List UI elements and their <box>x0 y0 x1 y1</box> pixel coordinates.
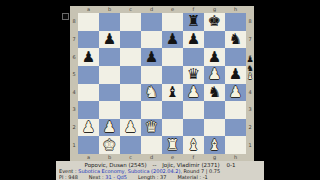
file-label-h: h <box>225 154 246 161</box>
info-panel: Popovic, Dusan (2545) -- Jojic, Vladimir… <box>56 161 264 180</box>
square-e4[interactable]: ♝ <box>162 84 183 102</box>
square-g2[interactable] <box>204 119 225 137</box>
players-separator: -- <box>152 162 156 168</box>
white-rook: ♜ <box>166 138 179 153</box>
square-f2[interactable] <box>183 119 204 137</box>
white-player-rating: (2545) <box>128 162 146 168</box>
square-c5[interactable] <box>120 66 141 84</box>
black-knight: ♞ <box>208 85 221 100</box>
black-pawn: ♟ <box>82 50 95 65</box>
video-frame: abcdefgh 87654321 ♜♚♟♟♟♞♟♟♟♛♟♟♞♝♟♞♟♟♟♟♛♚… <box>0 0 320 180</box>
stats-line: Pl : 948 Next : 31 - Qd5 Length : 37 Mat… <box>56 174 264 180</box>
rank-label-3: 3 <box>246 101 254 119</box>
rank-label-3: 3 <box>70 101 78 119</box>
square-f3[interactable] <box>183 101 204 119</box>
material-balance: Material : -1 <box>177 174 207 180</box>
rank-label-7: 7 <box>70 31 78 49</box>
square-a3[interactable] <box>78 101 99 119</box>
game-header: Popovic, Dusan (2545) -- Jojic, Vladimir… <box>56 161 264 168</box>
square-a1[interactable] <box>78 136 99 154</box>
square-g5[interactable]: ♟ <box>204 66 225 84</box>
square-e3[interactable] <box>162 101 183 119</box>
white-pawn: ♟ <box>208 67 221 82</box>
square-h1[interactable] <box>225 136 246 154</box>
square-a7[interactable] <box>78 31 99 49</box>
rank-label-8: 8 <box>246 13 254 31</box>
square-h6[interactable] <box>225 48 246 66</box>
square-h7[interactable]: ♞ <box>225 31 246 49</box>
white-bishop-tray-icon: ♝ <box>246 73 253 82</box>
event-round: Round 7 | 0.75 <box>184 168 221 174</box>
square-e6[interactable] <box>162 48 183 66</box>
black-pawn: ♟ <box>145 50 158 65</box>
square-g7[interactable] <box>204 31 225 49</box>
file-label-g: g <box>204 154 225 161</box>
file-label-f: f <box>183 6 204 13</box>
square-e1[interactable]: ♜ <box>162 136 183 154</box>
square-e7[interactable]: ♟ <box>162 31 183 49</box>
square-h2[interactable] <box>225 119 246 137</box>
square-b4[interactable] <box>99 84 120 102</box>
black-pawn: ♟ <box>208 50 221 65</box>
rank-label-7: 7 <box>246 31 254 49</box>
square-d1[interactable] <box>141 136 162 154</box>
rank-label-2: 2 <box>70 119 78 137</box>
game-result: 0-1 <box>226 162 235 168</box>
file-label-b: b <box>99 154 120 161</box>
square-b3[interactable] <box>99 101 120 119</box>
black-bishop: ♝ <box>166 85 179 100</box>
square-c1[interactable] <box>120 136 141 154</box>
square-f1[interactable]: ♝ <box>183 136 204 154</box>
file-label-g: g <box>204 6 225 13</box>
square-b7[interactable]: ♟ <box>99 31 120 49</box>
square-h3[interactable] <box>225 101 246 119</box>
file-label-e: e <box>162 6 183 13</box>
square-b6[interactable] <box>99 48 120 66</box>
event-label: Event : <box>59 168 77 174</box>
black-pawn: ♟ <box>187 32 200 47</box>
square-g8[interactable]: ♚ <box>204 13 225 31</box>
white-knight: ♞ <box>145 85 158 100</box>
square-h8[interactable] <box>225 13 246 31</box>
square-h5[interactable]: ♟ <box>225 66 246 84</box>
square-h4[interactable]: ♟ <box>225 84 246 102</box>
square-g3[interactable] <box>204 101 225 119</box>
rank-labels-right: 87654321 <box>246 13 254 154</box>
square-c3[interactable] <box>120 101 141 119</box>
square-c2[interactable]: ♟ <box>120 119 141 137</box>
rank-label-8: 8 <box>70 13 78 31</box>
content-area: abcdefgh 87654321 ♜♚♟♟♟♞♟♟♟♛♟♟♞♝♟♞♟♟♟♟♛♚… <box>56 0 264 180</box>
black-king: ♚ <box>208 14 221 29</box>
square-e2[interactable] <box>162 119 183 137</box>
file-label-d: d <box>141 6 162 13</box>
material-tray: ♟♞♝ <box>246 56 254 82</box>
file-label-c: c <box>120 154 141 161</box>
file-label-h: h <box>225 6 246 13</box>
file-labels-bottom: abcdefgh <box>78 154 246 161</box>
game-id: Pl : 948 <box>59 174 78 180</box>
square-b8[interactable] <box>99 13 120 31</box>
file-label-c: c <box>120 6 141 13</box>
file-label-b: b <box>99 6 120 13</box>
square-a2[interactable]: ♟ <box>78 119 99 137</box>
board-frame: abcdefgh 87654321 ♜♚♟♟♟♞♟♟♟♛♟♟♞♝♟♞♟♟♟♟♛♚… <box>70 6 254 161</box>
square-f7[interactable]: ♟ <box>183 31 204 49</box>
white-pawn: ♟ <box>124 120 137 135</box>
square-b5[interactable] <box>99 66 120 84</box>
square-d8[interactable] <box>141 13 162 31</box>
square-a4[interactable] <box>78 84 99 102</box>
square-d2[interactable]: ♛ <box>141 119 162 137</box>
square-c6[interactable] <box>120 48 141 66</box>
square-b2[interactable]: ♟ <box>99 119 120 137</box>
file-label-d: d <box>141 154 162 161</box>
black-pawn: ♟ <box>229 67 242 82</box>
black-to-move-indicator <box>62 13 69 20</box>
square-f6[interactable] <box>183 48 204 66</box>
file-label-f: f <box>183 154 204 161</box>
white-pawn: ♟ <box>82 120 95 135</box>
rank-labels-left: 87654321 <box>70 13 78 154</box>
square-a5[interactable] <box>78 66 99 84</box>
square-f5[interactable]: ♛ <box>183 66 204 84</box>
black-knight: ♞ <box>229 32 242 47</box>
black-player-name: Jojic, Vladimir <box>162 162 199 168</box>
square-b1[interactable]: ♚ <box>99 136 120 154</box>
file-labels-top: abcdefgh <box>78 6 246 13</box>
square-f8[interactable]: ♜ <box>183 13 204 31</box>
rank-label-4: 4 <box>70 84 78 102</box>
corner <box>70 154 78 161</box>
square-d7[interactable] <box>141 31 162 49</box>
corner <box>246 154 254 161</box>
rank-label-1: 1 <box>246 136 254 154</box>
white-bishop: ♝ <box>208 138 221 153</box>
file-label-a: a <box>78 154 99 161</box>
next-move: Next : 31 - Qd5 <box>89 174 127 180</box>
rank-label-2: 2 <box>246 119 254 137</box>
rank-label-4: 4 <box>246 84 254 102</box>
square-e5[interactable] <box>162 66 183 84</box>
chess-board: ♜♚♟♟♟♞♟♟♟♛♟♟♞♝♟♞♟♟♟♟♛♚♜♝♝ <box>78 13 246 154</box>
square-a6[interactable]: ♟ <box>78 48 99 66</box>
corner <box>246 6 254 13</box>
white-queen: ♛ <box>145 120 158 135</box>
event-name: Subotica Economy, Subotica (2002.04.2), <box>78 168 182 174</box>
square-d6[interactable]: ♟ <box>141 48 162 66</box>
rank-label-6: 6 <box>70 48 78 66</box>
black-pawn: ♟ <box>103 32 116 47</box>
black-queen: ♛ <box>187 67 200 82</box>
game-length: Length : 37 <box>138 174 167 180</box>
file-label-e: e <box>162 154 183 161</box>
square-c8[interactable] <box>120 13 141 31</box>
square-d3[interactable] <box>141 101 162 119</box>
square-f4[interactable]: ♟ <box>183 84 204 102</box>
white-king: ♚ <box>103 138 116 153</box>
black-player-rating: (2371) <box>201 162 219 168</box>
black-pawn: ♟ <box>166 32 179 47</box>
white-pawn: ♟ <box>187 85 200 100</box>
corner <box>70 6 78 13</box>
rank-label-5: 5 <box>70 66 78 84</box>
square-d4[interactable]: ♞ <box>141 84 162 102</box>
white-player-name: Popovic, Dusan <box>85 162 127 168</box>
square-g4[interactable]: ♞ <box>204 84 225 102</box>
white-pawn: ♟ <box>229 85 242 100</box>
rank-label-1: 1 <box>70 136 78 154</box>
square-g1[interactable]: ♝ <box>204 136 225 154</box>
file-label-a: a <box>78 6 99 13</box>
black-rook: ♜ <box>187 14 200 29</box>
square-c4[interactable] <box>120 84 141 102</box>
square-e8[interactable] <box>162 13 183 31</box>
square-a8[interactable] <box>78 13 99 31</box>
white-bishop: ♝ <box>187 138 200 153</box>
square-d5[interactable] <box>141 66 162 84</box>
square-g6[interactable]: ♟ <box>204 48 225 66</box>
white-pawn: ♟ <box>103 120 116 135</box>
square-c7[interactable] <box>120 31 141 49</box>
